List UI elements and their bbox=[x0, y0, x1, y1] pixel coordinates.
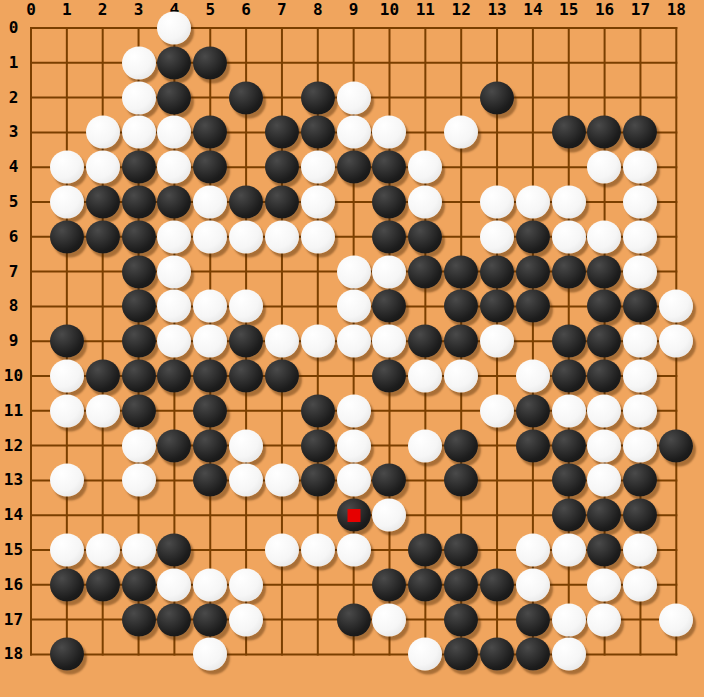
intersection-8-1[interactable] bbox=[300, 45, 336, 80]
intersection-1-5[interactable] bbox=[49, 185, 85, 220]
intersection-9-8[interactable] bbox=[336, 289, 372, 324]
intersection-16-13[interactable] bbox=[587, 463, 623, 498]
intersection-18-3[interactable] bbox=[658, 115, 694, 150]
intersection-8-3[interactable] bbox=[300, 115, 336, 150]
intersection-1-14[interactable] bbox=[49, 498, 85, 533]
intersection-4-2[interactable] bbox=[156, 80, 192, 115]
intersection-9-18[interactable] bbox=[336, 637, 372, 672]
intersection-4-7[interactable] bbox=[156, 254, 192, 289]
intersection-2-10[interactable] bbox=[85, 359, 121, 394]
intersection-12-1[interactable] bbox=[443, 45, 479, 80]
intersection-13-10[interactable] bbox=[479, 359, 515, 394]
intersection-15-18[interactable] bbox=[551, 637, 587, 672]
intersection-14-3[interactable] bbox=[515, 115, 551, 150]
intersection-6-8[interactable] bbox=[228, 289, 264, 324]
intersection-4-10[interactable] bbox=[156, 359, 192, 394]
intersection-10-2[interactable] bbox=[372, 80, 408, 115]
intersection-3-5[interactable] bbox=[121, 185, 157, 220]
intersection-10-1[interactable] bbox=[372, 45, 408, 80]
intersection-9-9[interactable] bbox=[336, 324, 372, 359]
intersection-14-8[interactable] bbox=[515, 289, 551, 324]
intersection-5-0[interactable] bbox=[192, 11, 228, 46]
intersection-6-15[interactable] bbox=[228, 533, 264, 568]
intersection-6-3[interactable] bbox=[228, 115, 264, 150]
intersection-6-1[interactable] bbox=[228, 45, 264, 80]
intersection-17-6[interactable] bbox=[622, 219, 658, 254]
intersection-11-9[interactable] bbox=[407, 324, 443, 359]
intersection-6-18[interactable] bbox=[228, 637, 264, 672]
intersection-11-2[interactable] bbox=[407, 80, 443, 115]
intersection-3-16[interactable] bbox=[121, 567, 157, 602]
intersection-6-17[interactable] bbox=[228, 602, 264, 637]
intersection-12-8[interactable] bbox=[443, 289, 479, 324]
intersection-0-11[interactable] bbox=[13, 393, 49, 428]
intersection-1-13[interactable] bbox=[49, 463, 85, 498]
intersection-9-5[interactable] bbox=[336, 185, 372, 220]
intersection-16-17[interactable] bbox=[587, 602, 623, 637]
intersection-2-15[interactable] bbox=[85, 533, 121, 568]
intersection-9-17[interactable] bbox=[336, 602, 372, 637]
intersection-14-18[interactable] bbox=[515, 637, 551, 672]
intersection-9-15[interactable] bbox=[336, 533, 372, 568]
intersection-16-2[interactable] bbox=[587, 80, 623, 115]
intersection-14-1[interactable] bbox=[515, 45, 551, 80]
intersection-13-0[interactable] bbox=[479, 11, 515, 46]
intersection-4-8[interactable] bbox=[156, 289, 192, 324]
intersection-16-9[interactable] bbox=[587, 324, 623, 359]
intersection-1-3[interactable] bbox=[49, 115, 85, 150]
intersection-15-13[interactable] bbox=[551, 463, 587, 498]
intersection-7-10[interactable] bbox=[264, 359, 300, 394]
intersection-0-5[interactable] bbox=[13, 185, 49, 220]
intersection-4-0[interactable] bbox=[156, 11, 192, 46]
intersection-4-12[interactable] bbox=[156, 428, 192, 463]
intersection-13-5[interactable] bbox=[479, 185, 515, 220]
intersection-5-12[interactable] bbox=[192, 428, 228, 463]
intersection-7-8[interactable] bbox=[264, 289, 300, 324]
intersection-9-4[interactable] bbox=[336, 150, 372, 185]
intersection-15-2[interactable] bbox=[551, 80, 587, 115]
intersection-9-10[interactable] bbox=[336, 359, 372, 394]
intersection-0-12[interactable] bbox=[13, 428, 49, 463]
intersection-3-4[interactable] bbox=[121, 150, 157, 185]
intersection-13-9[interactable] bbox=[479, 324, 515, 359]
intersection-5-6[interactable] bbox=[192, 219, 228, 254]
intersection-3-18[interactable] bbox=[121, 637, 157, 672]
intersection-2-18[interactable] bbox=[85, 637, 121, 672]
intersection-5-4[interactable] bbox=[192, 150, 228, 185]
intersection-11-14[interactable] bbox=[407, 498, 443, 533]
intersection-6-12[interactable] bbox=[228, 428, 264, 463]
intersection-8-18[interactable] bbox=[300, 637, 336, 672]
intersection-18-18[interactable] bbox=[658, 637, 694, 672]
intersection-11-5[interactable] bbox=[407, 185, 443, 220]
intersection-18-12[interactable] bbox=[658, 428, 694, 463]
intersection-5-17[interactable] bbox=[192, 602, 228, 637]
intersection-2-7[interactable] bbox=[85, 254, 121, 289]
intersection-10-11[interactable] bbox=[372, 393, 408, 428]
intersection-13-15[interactable] bbox=[479, 533, 515, 568]
intersection-11-4[interactable] bbox=[407, 150, 443, 185]
intersection-3-13[interactable] bbox=[121, 463, 157, 498]
intersection-7-7[interactable] bbox=[264, 254, 300, 289]
intersection-1-10[interactable] bbox=[49, 359, 85, 394]
intersection-10-18[interactable] bbox=[372, 637, 408, 672]
intersection-15-7[interactable] bbox=[551, 254, 587, 289]
intersection-16-4[interactable] bbox=[587, 150, 623, 185]
intersection-3-1[interactable] bbox=[121, 45, 157, 80]
intersection-10-13[interactable] bbox=[372, 463, 408, 498]
intersection-2-13[interactable] bbox=[85, 463, 121, 498]
intersection-8-9[interactable] bbox=[300, 324, 336, 359]
intersection-5-7[interactable] bbox=[192, 254, 228, 289]
intersection-16-5[interactable] bbox=[587, 185, 623, 220]
intersection-18-17[interactable] bbox=[658, 602, 694, 637]
intersection-14-13[interactable] bbox=[515, 463, 551, 498]
intersection-17-1[interactable] bbox=[622, 45, 658, 80]
intersection-1-17[interactable] bbox=[49, 602, 85, 637]
intersection-17-2[interactable] bbox=[622, 80, 658, 115]
intersection-1-11[interactable] bbox=[49, 393, 85, 428]
intersection-17-18[interactable] bbox=[622, 637, 658, 672]
intersection-10-10[interactable] bbox=[372, 359, 408, 394]
intersection-17-3[interactable] bbox=[622, 115, 658, 150]
intersection-6-16[interactable] bbox=[228, 567, 264, 602]
intersection-4-13[interactable] bbox=[156, 463, 192, 498]
intersection-2-0[interactable] bbox=[85, 11, 121, 46]
intersection-18-11[interactable] bbox=[658, 393, 694, 428]
intersection-11-17[interactable] bbox=[407, 602, 443, 637]
intersection-8-8[interactable] bbox=[300, 289, 336, 324]
intersection-7-11[interactable] bbox=[264, 393, 300, 428]
intersection-7-13[interactable] bbox=[264, 463, 300, 498]
intersection-12-18[interactable] bbox=[443, 637, 479, 672]
intersection-6-7[interactable] bbox=[228, 254, 264, 289]
intersection-9-7[interactable] bbox=[336, 254, 372, 289]
intersection-8-10[interactable] bbox=[300, 359, 336, 394]
intersection-0-7[interactable] bbox=[13, 254, 49, 289]
intersection-15-11[interactable] bbox=[551, 393, 587, 428]
intersection-13-14[interactable] bbox=[479, 498, 515, 533]
intersection-1-18[interactable] bbox=[49, 637, 85, 672]
intersection-6-11[interactable] bbox=[228, 393, 264, 428]
intersection-11-11[interactable] bbox=[407, 393, 443, 428]
intersection-14-0[interactable] bbox=[515, 11, 551, 46]
intersection-12-16[interactable] bbox=[443, 567, 479, 602]
intersection-5-5[interactable] bbox=[192, 185, 228, 220]
intersection-11-10[interactable] bbox=[407, 359, 443, 394]
intersection-11-3[interactable] bbox=[407, 115, 443, 150]
intersection-10-17[interactable] bbox=[372, 602, 408, 637]
intersection-7-5[interactable] bbox=[264, 185, 300, 220]
intersection-17-15[interactable] bbox=[622, 533, 658, 568]
intersection-6-0[interactable] bbox=[228, 11, 264, 46]
board-grid[interactable] bbox=[13, 11, 694, 672]
intersection-9-6[interactable] bbox=[336, 219, 372, 254]
intersection-15-12[interactable] bbox=[551, 428, 587, 463]
intersection-17-9[interactable] bbox=[622, 324, 658, 359]
intersection-13-17[interactable] bbox=[479, 602, 515, 637]
intersection-5-3[interactable] bbox=[192, 115, 228, 150]
intersection-11-15[interactable] bbox=[407, 533, 443, 568]
intersection-4-1[interactable] bbox=[156, 45, 192, 80]
intersection-2-12[interactable] bbox=[85, 428, 121, 463]
intersection-16-6[interactable] bbox=[587, 219, 623, 254]
intersection-7-0[interactable] bbox=[264, 11, 300, 46]
intersection-2-6[interactable] bbox=[85, 219, 121, 254]
intersection-8-5[interactable] bbox=[300, 185, 336, 220]
intersection-4-15[interactable] bbox=[156, 533, 192, 568]
intersection-2-16[interactable] bbox=[85, 567, 121, 602]
intersection-13-6[interactable] bbox=[479, 219, 515, 254]
intersection-15-5[interactable] bbox=[551, 185, 587, 220]
intersection-14-6[interactable] bbox=[515, 219, 551, 254]
intersection-12-0[interactable] bbox=[443, 11, 479, 46]
intersection-9-3[interactable] bbox=[336, 115, 372, 150]
intersection-17-13[interactable] bbox=[622, 463, 658, 498]
intersection-13-12[interactable] bbox=[479, 428, 515, 463]
intersection-10-15[interactable] bbox=[372, 533, 408, 568]
intersection-1-4[interactable] bbox=[49, 150, 85, 185]
intersection-9-13[interactable] bbox=[336, 463, 372, 498]
intersection-10-16[interactable] bbox=[372, 567, 408, 602]
intersection-4-5[interactable] bbox=[156, 185, 192, 220]
intersection-18-4[interactable] bbox=[658, 150, 694, 185]
intersection-1-7[interactable] bbox=[49, 254, 85, 289]
intersection-4-9[interactable] bbox=[156, 324, 192, 359]
intersection-16-0[interactable] bbox=[587, 11, 623, 46]
intersection-11-6[interactable] bbox=[407, 219, 443, 254]
intersection-12-6[interactable] bbox=[443, 219, 479, 254]
intersection-17-12[interactable] bbox=[622, 428, 658, 463]
intersection-3-15[interactable] bbox=[121, 533, 157, 568]
intersection-2-11[interactable] bbox=[85, 393, 121, 428]
intersection-10-14[interactable] bbox=[372, 498, 408, 533]
intersection-2-14[interactable] bbox=[85, 498, 121, 533]
intersection-13-16[interactable] bbox=[479, 567, 515, 602]
intersection-3-10[interactable] bbox=[121, 359, 157, 394]
intersection-13-18[interactable] bbox=[479, 637, 515, 672]
intersection-8-15[interactable] bbox=[300, 533, 336, 568]
intersection-1-12[interactable] bbox=[49, 428, 85, 463]
intersection-11-8[interactable] bbox=[407, 289, 443, 324]
intersection-7-16[interactable] bbox=[264, 567, 300, 602]
intersection-5-10[interactable] bbox=[192, 359, 228, 394]
intersection-6-4[interactable] bbox=[228, 150, 264, 185]
intersection-8-12[interactable] bbox=[300, 428, 336, 463]
intersection-12-15[interactable] bbox=[443, 533, 479, 568]
intersection-18-0[interactable] bbox=[658, 11, 694, 46]
intersection-18-9[interactable] bbox=[658, 324, 694, 359]
intersection-2-8[interactable] bbox=[85, 289, 121, 324]
intersection-8-7[interactable] bbox=[300, 254, 336, 289]
intersection-3-7[interactable] bbox=[121, 254, 157, 289]
intersection-15-8[interactable] bbox=[551, 289, 587, 324]
intersection-16-15[interactable] bbox=[587, 533, 623, 568]
intersection-11-0[interactable] bbox=[407, 11, 443, 46]
intersection-4-6[interactable] bbox=[156, 219, 192, 254]
intersection-18-6[interactable] bbox=[658, 219, 694, 254]
intersection-8-6[interactable] bbox=[300, 219, 336, 254]
intersection-12-4[interactable] bbox=[443, 150, 479, 185]
intersection-16-11[interactable] bbox=[587, 393, 623, 428]
intersection-6-6[interactable] bbox=[228, 219, 264, 254]
intersection-14-15[interactable] bbox=[515, 533, 551, 568]
intersection-0-6[interactable] bbox=[13, 219, 49, 254]
intersection-12-17[interactable] bbox=[443, 602, 479, 637]
intersection-11-12[interactable] bbox=[407, 428, 443, 463]
intersection-18-14[interactable] bbox=[658, 498, 694, 533]
intersection-1-15[interactable] bbox=[49, 533, 85, 568]
intersection-16-12[interactable] bbox=[587, 428, 623, 463]
intersection-3-9[interactable] bbox=[121, 324, 157, 359]
intersection-12-7[interactable] bbox=[443, 254, 479, 289]
intersection-12-3[interactable] bbox=[443, 115, 479, 150]
intersection-10-8[interactable] bbox=[372, 289, 408, 324]
intersection-2-1[interactable] bbox=[85, 45, 121, 80]
intersection-2-17[interactable] bbox=[85, 602, 121, 637]
intersection-7-17[interactable] bbox=[264, 602, 300, 637]
intersection-2-5[interactable] bbox=[85, 185, 121, 220]
intersection-9-14[interactable] bbox=[336, 498, 372, 533]
intersection-5-9[interactable] bbox=[192, 324, 228, 359]
intersection-14-7[interactable] bbox=[515, 254, 551, 289]
intersection-17-5[interactable] bbox=[622, 185, 658, 220]
intersection-18-16[interactable] bbox=[658, 567, 694, 602]
intersection-15-16[interactable] bbox=[551, 567, 587, 602]
intersection-12-12[interactable] bbox=[443, 428, 479, 463]
intersection-4-18[interactable] bbox=[156, 637, 192, 672]
intersection-7-1[interactable] bbox=[264, 45, 300, 80]
intersection-15-14[interactable] bbox=[551, 498, 587, 533]
intersection-6-9[interactable] bbox=[228, 324, 264, 359]
intersection-0-8[interactable] bbox=[13, 289, 49, 324]
intersection-1-6[interactable] bbox=[49, 219, 85, 254]
intersection-18-2[interactable] bbox=[658, 80, 694, 115]
intersection-14-4[interactable] bbox=[515, 150, 551, 185]
intersection-12-13[interactable] bbox=[443, 463, 479, 498]
intersection-16-10[interactable] bbox=[587, 359, 623, 394]
intersection-9-16[interactable] bbox=[336, 567, 372, 602]
intersection-15-1[interactable] bbox=[551, 45, 587, 80]
intersection-0-15[interactable] bbox=[13, 533, 49, 568]
intersection-15-15[interactable] bbox=[551, 533, 587, 568]
intersection-0-0[interactable] bbox=[13, 11, 49, 46]
intersection-4-16[interactable] bbox=[156, 567, 192, 602]
intersection-0-1[interactable] bbox=[13, 45, 49, 80]
intersection-0-9[interactable] bbox=[13, 324, 49, 359]
intersection-2-9[interactable] bbox=[85, 324, 121, 359]
intersection-14-9[interactable] bbox=[515, 324, 551, 359]
intersection-8-13[interactable] bbox=[300, 463, 336, 498]
intersection-4-14[interactable] bbox=[156, 498, 192, 533]
intersection-17-16[interactable] bbox=[622, 567, 658, 602]
intersection-6-2[interactable] bbox=[228, 80, 264, 115]
intersection-6-5[interactable] bbox=[228, 185, 264, 220]
intersection-3-0[interactable] bbox=[121, 11, 157, 46]
intersection-2-4[interactable] bbox=[85, 150, 121, 185]
intersection-4-11[interactable] bbox=[156, 393, 192, 428]
intersection-11-13[interactable] bbox=[407, 463, 443, 498]
intersection-7-3[interactable] bbox=[264, 115, 300, 150]
intersection-10-3[interactable] bbox=[372, 115, 408, 150]
intersection-1-9[interactable] bbox=[49, 324, 85, 359]
intersection-5-8[interactable] bbox=[192, 289, 228, 324]
intersection-3-3[interactable] bbox=[121, 115, 157, 150]
intersection-14-16[interactable] bbox=[515, 567, 551, 602]
intersection-8-16[interactable] bbox=[300, 567, 336, 602]
intersection-7-18[interactable] bbox=[264, 637, 300, 672]
intersection-18-13[interactable] bbox=[658, 463, 694, 498]
intersection-15-0[interactable] bbox=[551, 11, 587, 46]
intersection-0-14[interactable] bbox=[13, 498, 49, 533]
intersection-8-2[interactable] bbox=[300, 80, 336, 115]
intersection-10-7[interactable] bbox=[372, 254, 408, 289]
intersection-16-3[interactable] bbox=[587, 115, 623, 150]
intersection-12-10[interactable] bbox=[443, 359, 479, 394]
intersection-7-2[interactable] bbox=[264, 80, 300, 115]
intersection-11-18[interactable] bbox=[407, 637, 443, 672]
intersection-7-4[interactable] bbox=[264, 150, 300, 185]
intersection-4-3[interactable] bbox=[156, 115, 192, 150]
intersection-13-3[interactable] bbox=[479, 115, 515, 150]
intersection-0-17[interactable] bbox=[13, 602, 49, 637]
intersection-6-13[interactable] bbox=[228, 463, 264, 498]
intersection-14-14[interactable] bbox=[515, 498, 551, 533]
intersection-0-2[interactable] bbox=[13, 80, 49, 115]
intersection-18-8[interactable] bbox=[658, 289, 694, 324]
intersection-15-17[interactable] bbox=[551, 602, 587, 637]
intersection-5-18[interactable] bbox=[192, 637, 228, 672]
intersection-13-11[interactable] bbox=[479, 393, 515, 428]
intersection-12-9[interactable] bbox=[443, 324, 479, 359]
intersection-7-9[interactable] bbox=[264, 324, 300, 359]
intersection-12-11[interactable] bbox=[443, 393, 479, 428]
intersection-10-12[interactable] bbox=[372, 428, 408, 463]
intersection-17-7[interactable] bbox=[622, 254, 658, 289]
intersection-11-16[interactable] bbox=[407, 567, 443, 602]
intersection-18-7[interactable] bbox=[658, 254, 694, 289]
intersection-16-7[interactable] bbox=[587, 254, 623, 289]
intersection-15-10[interactable] bbox=[551, 359, 587, 394]
intersection-14-17[interactable] bbox=[515, 602, 551, 637]
intersection-10-6[interactable] bbox=[372, 219, 408, 254]
intersection-15-9[interactable] bbox=[551, 324, 587, 359]
intersection-7-12[interactable] bbox=[264, 428, 300, 463]
intersection-3-14[interactable] bbox=[121, 498, 157, 533]
intersection-7-15[interactable] bbox=[264, 533, 300, 568]
intersection-0-18[interactable] bbox=[13, 637, 49, 672]
intersection-13-1[interactable] bbox=[479, 45, 515, 80]
intersection-12-2[interactable] bbox=[443, 80, 479, 115]
intersection-9-11[interactable] bbox=[336, 393, 372, 428]
intersection-3-6[interactable] bbox=[121, 219, 157, 254]
intersection-10-5[interactable] bbox=[372, 185, 408, 220]
intersection-14-5[interactable] bbox=[515, 185, 551, 220]
intersection-1-0[interactable] bbox=[49, 11, 85, 46]
intersection-6-10[interactable] bbox=[228, 359, 264, 394]
intersection-13-8[interactable] bbox=[479, 289, 515, 324]
intersection-14-10[interactable] bbox=[515, 359, 551, 394]
intersection-17-4[interactable] bbox=[622, 150, 658, 185]
intersection-18-5[interactable] bbox=[658, 185, 694, 220]
intersection-13-7[interactable] bbox=[479, 254, 515, 289]
intersection-5-13[interactable] bbox=[192, 463, 228, 498]
intersection-1-2[interactable] bbox=[49, 80, 85, 115]
intersection-5-1[interactable] bbox=[192, 45, 228, 80]
intersection-16-16[interactable] bbox=[587, 567, 623, 602]
intersection-5-11[interactable] bbox=[192, 393, 228, 428]
